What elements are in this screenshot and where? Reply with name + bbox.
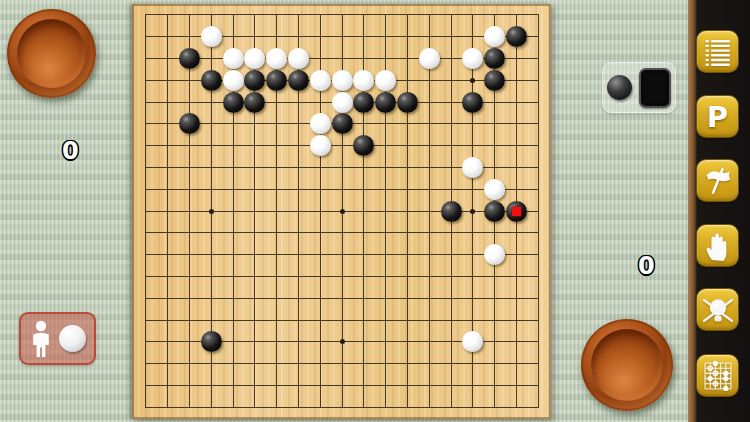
board-point[interactable] bbox=[462, 4, 484, 26]
board-point[interactable] bbox=[288, 396, 310, 418]
board-point[interactable] bbox=[440, 244, 462, 266]
board-point[interactable] bbox=[222, 135, 244, 157]
board-point[interactable] bbox=[527, 135, 549, 157]
board-point[interactable] bbox=[353, 178, 375, 200]
board-point[interactable] bbox=[462, 353, 484, 375]
board-point[interactable] bbox=[484, 266, 506, 288]
board-point[interactable] bbox=[484, 91, 506, 113]
board-point[interactable] bbox=[440, 157, 462, 179]
board-point[interactable] bbox=[222, 353, 244, 375]
board-point[interactable] bbox=[506, 396, 528, 418]
board-point[interactable] bbox=[222, 222, 244, 244]
board-point[interactable] bbox=[397, 26, 419, 48]
board-point[interactable] bbox=[222, 244, 244, 266]
board-point[interactable] bbox=[135, 200, 157, 222]
board-point[interactable] bbox=[179, 48, 201, 70]
board-point[interactable] bbox=[397, 157, 419, 179]
board-point[interactable] bbox=[506, 331, 528, 353]
board-point[interactable] bbox=[309, 48, 331, 70]
board-point[interactable] bbox=[157, 244, 179, 266]
board-point[interactable] bbox=[200, 157, 222, 179]
board-point[interactable] bbox=[375, 178, 397, 200]
board-point[interactable] bbox=[484, 353, 506, 375]
board-point[interactable] bbox=[527, 396, 549, 418]
board-point[interactable] bbox=[244, 178, 266, 200]
board-point[interactable] bbox=[179, 309, 201, 331]
board-point[interactable] bbox=[397, 287, 419, 309]
board-point[interactable] bbox=[309, 244, 331, 266]
board-point[interactable] bbox=[135, 353, 157, 375]
board-point[interactable] bbox=[157, 266, 179, 288]
board-point[interactable] bbox=[244, 113, 266, 135]
board-point[interactable] bbox=[418, 375, 440, 397]
board-point[interactable] bbox=[353, 91, 375, 113]
board-point[interactable] bbox=[244, 48, 266, 70]
board-point[interactable] bbox=[200, 266, 222, 288]
board-point[interactable] bbox=[135, 222, 157, 244]
board-point[interactable] bbox=[506, 135, 528, 157]
board-point[interactable] bbox=[418, 309, 440, 331]
board-point[interactable] bbox=[331, 375, 353, 397]
board-point[interactable] bbox=[484, 26, 506, 48]
board-point[interactable] bbox=[179, 353, 201, 375]
board-point[interactable] bbox=[440, 113, 462, 135]
resign-button[interactable] bbox=[697, 160, 738, 201]
board-point[interactable] bbox=[375, 353, 397, 375]
board-point[interactable] bbox=[375, 244, 397, 266]
board-point[interactable] bbox=[397, 396, 419, 418]
board-point[interactable] bbox=[440, 396, 462, 418]
board-point[interactable] bbox=[397, 91, 419, 113]
board-point[interactable] bbox=[266, 4, 288, 26]
go-board[interactable] bbox=[132, 4, 551, 419]
board-point[interactable] bbox=[397, 200, 419, 222]
board-point[interactable] bbox=[179, 69, 201, 91]
board-point[interactable] bbox=[288, 113, 310, 135]
board-point[interactable] bbox=[353, 200, 375, 222]
board-point[interactable] bbox=[179, 244, 201, 266]
board-point[interactable] bbox=[309, 200, 331, 222]
board-point[interactable] bbox=[462, 331, 484, 353]
board-point[interactable] bbox=[527, 222, 549, 244]
board-point[interactable] bbox=[331, 48, 353, 70]
board-point[interactable] bbox=[157, 157, 179, 179]
board-points[interactable] bbox=[135, 4, 549, 418]
board-point[interactable] bbox=[462, 375, 484, 397]
board-point[interactable] bbox=[266, 353, 288, 375]
board-point[interactable] bbox=[288, 266, 310, 288]
board-point[interactable] bbox=[462, 266, 484, 288]
board-point[interactable] bbox=[266, 266, 288, 288]
score-estimate-button[interactable] bbox=[697, 355, 738, 396]
board-point[interactable] bbox=[484, 178, 506, 200]
board-point[interactable] bbox=[484, 244, 506, 266]
board-point[interactable] bbox=[506, 353, 528, 375]
board-point[interactable] bbox=[179, 157, 201, 179]
board-point[interactable] bbox=[157, 48, 179, 70]
board-point[interactable] bbox=[309, 266, 331, 288]
board-point[interactable] bbox=[462, 222, 484, 244]
board-point[interactable] bbox=[200, 135, 222, 157]
board-point[interactable] bbox=[484, 69, 506, 91]
board-point[interactable] bbox=[309, 287, 331, 309]
board-point[interactable] bbox=[506, 287, 528, 309]
board-point[interactable] bbox=[157, 91, 179, 113]
board-point[interactable] bbox=[418, 157, 440, 179]
board-point[interactable] bbox=[135, 4, 157, 26]
board-point[interactable] bbox=[135, 26, 157, 48]
board-point[interactable] bbox=[397, 178, 419, 200]
board-point[interactable] bbox=[222, 375, 244, 397]
board-point[interactable] bbox=[331, 331, 353, 353]
board-point[interactable] bbox=[418, 222, 440, 244]
board-point[interactable] bbox=[331, 244, 353, 266]
board-point[interactable] bbox=[200, 396, 222, 418]
board-point[interactable] bbox=[157, 331, 179, 353]
board-point[interactable] bbox=[462, 309, 484, 331]
board-point[interactable] bbox=[353, 113, 375, 135]
board-point[interactable] bbox=[462, 396, 484, 418]
board-point[interactable] bbox=[288, 331, 310, 353]
board-point[interactable] bbox=[375, 200, 397, 222]
board-point[interactable] bbox=[244, 222, 266, 244]
board-point[interactable] bbox=[506, 178, 528, 200]
board-point[interactable] bbox=[288, 69, 310, 91]
board-point[interactable] bbox=[440, 26, 462, 48]
board-point[interactable] bbox=[331, 135, 353, 157]
board-point[interactable] bbox=[179, 375, 201, 397]
board-point[interactable] bbox=[331, 200, 353, 222]
board-point[interactable] bbox=[527, 266, 549, 288]
board-point[interactable] bbox=[440, 287, 462, 309]
board-point[interactable] bbox=[309, 26, 331, 48]
board-point[interactable] bbox=[266, 91, 288, 113]
board-point[interactable] bbox=[462, 91, 484, 113]
board-point[interactable] bbox=[397, 309, 419, 331]
board-point[interactable] bbox=[375, 331, 397, 353]
board-point[interactable] bbox=[331, 222, 353, 244]
board-point[interactable] bbox=[157, 26, 179, 48]
board-point[interactable] bbox=[309, 91, 331, 113]
board-point[interactable] bbox=[135, 375, 157, 397]
board-point[interactable] bbox=[375, 135, 397, 157]
board-point[interactable] bbox=[353, 222, 375, 244]
board-point[interactable] bbox=[440, 135, 462, 157]
board-point[interactable] bbox=[244, 266, 266, 288]
board-point[interactable] bbox=[484, 48, 506, 70]
board-point[interactable] bbox=[375, 222, 397, 244]
board-point[interactable] bbox=[266, 287, 288, 309]
board-point[interactable] bbox=[331, 309, 353, 331]
board-point[interactable] bbox=[157, 222, 179, 244]
board-point[interactable] bbox=[179, 135, 201, 157]
board-point[interactable] bbox=[222, 309, 244, 331]
board-point[interactable] bbox=[222, 331, 244, 353]
board-point[interactable] bbox=[266, 244, 288, 266]
board-point[interactable] bbox=[200, 375, 222, 397]
board-point[interactable] bbox=[244, 135, 266, 157]
board-point[interactable] bbox=[200, 69, 222, 91]
board-point[interactable] bbox=[266, 69, 288, 91]
board-point[interactable] bbox=[288, 157, 310, 179]
board-point[interactable] bbox=[375, 375, 397, 397]
board-point[interactable] bbox=[200, 48, 222, 70]
board-point[interactable] bbox=[397, 135, 419, 157]
board-point[interactable] bbox=[288, 244, 310, 266]
board-point[interactable] bbox=[244, 200, 266, 222]
board-point[interactable] bbox=[527, 91, 549, 113]
board-point[interactable] bbox=[331, 26, 353, 48]
board-point[interactable] bbox=[418, 91, 440, 113]
board-point[interactable] bbox=[397, 244, 419, 266]
board-point[interactable] bbox=[244, 396, 266, 418]
moves-list-button[interactable] bbox=[697, 31, 738, 72]
board-point[interactable] bbox=[244, 157, 266, 179]
board-point[interactable] bbox=[288, 4, 310, 26]
board-point[interactable] bbox=[309, 331, 331, 353]
board-point[interactable] bbox=[331, 113, 353, 135]
board-point[interactable] bbox=[527, 48, 549, 70]
board-point[interactable] bbox=[506, 222, 528, 244]
board-point[interactable] bbox=[397, 222, 419, 244]
board-point[interactable] bbox=[462, 287, 484, 309]
board-point[interactable] bbox=[375, 69, 397, 91]
board-point[interactable] bbox=[353, 135, 375, 157]
board-point[interactable] bbox=[484, 135, 506, 157]
board-point[interactable] bbox=[506, 375, 528, 397]
board-point[interactable] bbox=[266, 48, 288, 70]
board-point[interactable] bbox=[484, 309, 506, 331]
board-point[interactable] bbox=[157, 69, 179, 91]
board-point[interactable] bbox=[266, 222, 288, 244]
board-point[interactable] bbox=[484, 287, 506, 309]
board-point[interactable] bbox=[440, 353, 462, 375]
board-point[interactable] bbox=[375, 48, 397, 70]
board-point[interactable] bbox=[462, 135, 484, 157]
board-point[interactable] bbox=[309, 353, 331, 375]
board-point[interactable] bbox=[440, 222, 462, 244]
board-point[interactable] bbox=[179, 266, 201, 288]
board-point[interactable] bbox=[527, 113, 549, 135]
board-point[interactable] bbox=[418, 26, 440, 48]
board-point[interactable] bbox=[506, 4, 528, 26]
board-point[interactable] bbox=[309, 135, 331, 157]
board-point[interactable] bbox=[506, 244, 528, 266]
board-point[interactable] bbox=[222, 4, 244, 26]
board-point[interactable] bbox=[135, 244, 157, 266]
board-point[interactable] bbox=[527, 4, 549, 26]
board-point[interactable] bbox=[397, 353, 419, 375]
board-point[interactable] bbox=[440, 91, 462, 113]
board-point[interactable] bbox=[353, 244, 375, 266]
board-point[interactable] bbox=[418, 244, 440, 266]
board-point[interactable] bbox=[200, 178, 222, 200]
board-point[interactable] bbox=[266, 113, 288, 135]
board-point[interactable] bbox=[288, 375, 310, 397]
stop-hand-button[interactable] bbox=[697, 225, 738, 266]
board-point[interactable] bbox=[266, 396, 288, 418]
board-point[interactable] bbox=[179, 26, 201, 48]
board-point[interactable] bbox=[484, 222, 506, 244]
board-point[interactable] bbox=[527, 331, 549, 353]
board-point[interactable] bbox=[135, 48, 157, 70]
board-point[interactable] bbox=[222, 26, 244, 48]
board-point[interactable] bbox=[462, 113, 484, 135]
board-point[interactable] bbox=[506, 157, 528, 179]
board-point[interactable] bbox=[418, 266, 440, 288]
board-point[interactable] bbox=[353, 4, 375, 26]
board-point[interactable] bbox=[222, 157, 244, 179]
board-point[interactable] bbox=[266, 331, 288, 353]
board-point[interactable] bbox=[244, 375, 266, 397]
board-point[interactable] bbox=[288, 200, 310, 222]
board-point[interactable] bbox=[440, 375, 462, 397]
board-point[interactable] bbox=[397, 375, 419, 397]
board-point[interactable] bbox=[309, 375, 331, 397]
board-point[interactable] bbox=[222, 69, 244, 91]
board-point[interactable] bbox=[157, 178, 179, 200]
board-point[interactable] bbox=[266, 375, 288, 397]
board-point[interactable] bbox=[353, 48, 375, 70]
board-point[interactable] bbox=[440, 48, 462, 70]
board-point[interactable] bbox=[179, 287, 201, 309]
board-point[interactable] bbox=[331, 178, 353, 200]
board-point[interactable] bbox=[266, 135, 288, 157]
board-point[interactable] bbox=[462, 157, 484, 179]
board-point[interactable] bbox=[309, 222, 331, 244]
board-point[interactable] bbox=[397, 331, 419, 353]
board-point[interactable] bbox=[157, 135, 179, 157]
board-point[interactable] bbox=[397, 113, 419, 135]
board-point[interactable] bbox=[527, 287, 549, 309]
board-point[interactable] bbox=[309, 4, 331, 26]
board-point[interactable] bbox=[200, 309, 222, 331]
board-point[interactable] bbox=[375, 157, 397, 179]
board-point[interactable] bbox=[418, 287, 440, 309]
board-point[interactable] bbox=[440, 266, 462, 288]
board-point[interactable] bbox=[440, 4, 462, 26]
board-point[interactable] bbox=[179, 178, 201, 200]
board-point[interactable] bbox=[200, 4, 222, 26]
board-point[interactable] bbox=[440, 331, 462, 353]
board-point[interactable] bbox=[309, 157, 331, 179]
board-point[interactable] bbox=[375, 4, 397, 26]
board-point[interactable] bbox=[527, 157, 549, 179]
board-point[interactable] bbox=[157, 396, 179, 418]
board-point[interactable] bbox=[418, 331, 440, 353]
board-point[interactable] bbox=[244, 353, 266, 375]
board-point[interactable] bbox=[244, 331, 266, 353]
board-point[interactable] bbox=[179, 331, 201, 353]
board-point[interactable] bbox=[353, 396, 375, 418]
board-point[interactable] bbox=[397, 69, 419, 91]
board-point[interactable] bbox=[353, 266, 375, 288]
board-point[interactable] bbox=[266, 309, 288, 331]
board-point[interactable] bbox=[527, 244, 549, 266]
board-point[interactable] bbox=[244, 244, 266, 266]
board-point[interactable] bbox=[288, 353, 310, 375]
board-point[interactable] bbox=[244, 91, 266, 113]
board-point[interactable] bbox=[331, 287, 353, 309]
board-point[interactable] bbox=[309, 178, 331, 200]
board-point[interactable] bbox=[309, 396, 331, 418]
board-point[interactable] bbox=[288, 178, 310, 200]
board-point[interactable] bbox=[462, 244, 484, 266]
board-point[interactable] bbox=[135, 309, 157, 331]
board-point[interactable] bbox=[484, 396, 506, 418]
board-point[interactable] bbox=[157, 353, 179, 375]
board-point[interactable] bbox=[353, 157, 375, 179]
board-point[interactable] bbox=[200, 200, 222, 222]
board-point[interactable] bbox=[527, 200, 549, 222]
board-point[interactable] bbox=[484, 113, 506, 135]
board-point[interactable] bbox=[484, 375, 506, 397]
board-point[interactable] bbox=[135, 331, 157, 353]
board-point[interactable] bbox=[353, 353, 375, 375]
board-point[interactable] bbox=[179, 200, 201, 222]
board-point[interactable] bbox=[418, 113, 440, 135]
board-point[interactable] bbox=[484, 331, 506, 353]
board-point[interactable] bbox=[331, 266, 353, 288]
board-point[interactable] bbox=[331, 91, 353, 113]
board-point[interactable] bbox=[375, 287, 397, 309]
board-point[interactable] bbox=[353, 375, 375, 397]
board-point[interactable] bbox=[462, 200, 484, 222]
board-point[interactable] bbox=[375, 113, 397, 135]
board-point[interactable] bbox=[200, 353, 222, 375]
board-point[interactable] bbox=[506, 91, 528, 113]
board-point[interactable] bbox=[375, 309, 397, 331]
board-point[interactable] bbox=[527, 26, 549, 48]
board-point[interactable] bbox=[506, 48, 528, 70]
board-point[interactable] bbox=[353, 331, 375, 353]
board-point[interactable] bbox=[266, 178, 288, 200]
board-point[interactable] bbox=[200, 222, 222, 244]
board-point[interactable] bbox=[244, 287, 266, 309]
board-point[interactable] bbox=[331, 353, 353, 375]
board-point[interactable] bbox=[418, 135, 440, 157]
board-point[interactable] bbox=[157, 113, 179, 135]
board-point[interactable] bbox=[484, 4, 506, 26]
board-point[interactable] bbox=[135, 266, 157, 288]
board-point[interactable] bbox=[397, 48, 419, 70]
board-point[interactable] bbox=[288, 48, 310, 70]
board-point[interactable] bbox=[506, 113, 528, 135]
board-point[interactable] bbox=[418, 48, 440, 70]
board-point[interactable] bbox=[418, 353, 440, 375]
board-point[interactable] bbox=[375, 26, 397, 48]
board-point[interactable] bbox=[288, 91, 310, 113]
board-point[interactable] bbox=[440, 69, 462, 91]
board-point[interactable] bbox=[506, 69, 528, 91]
board-point[interactable] bbox=[135, 287, 157, 309]
board-point[interactable] bbox=[462, 69, 484, 91]
board-point[interactable] bbox=[309, 113, 331, 135]
board-point[interactable] bbox=[418, 69, 440, 91]
board-point[interactable] bbox=[331, 69, 353, 91]
board-point[interactable] bbox=[222, 287, 244, 309]
board-point[interactable] bbox=[506, 26, 528, 48]
board-point[interactable] bbox=[135, 396, 157, 418]
board-point[interactable] bbox=[484, 200, 506, 222]
pass-button[interactable]: P bbox=[697, 96, 738, 137]
board-point[interactable] bbox=[200, 113, 222, 135]
board-point[interactable] bbox=[244, 4, 266, 26]
board-point[interactable] bbox=[135, 69, 157, 91]
board-point[interactable] bbox=[484, 157, 506, 179]
board-point[interactable] bbox=[331, 396, 353, 418]
board-point[interactable] bbox=[157, 200, 179, 222]
